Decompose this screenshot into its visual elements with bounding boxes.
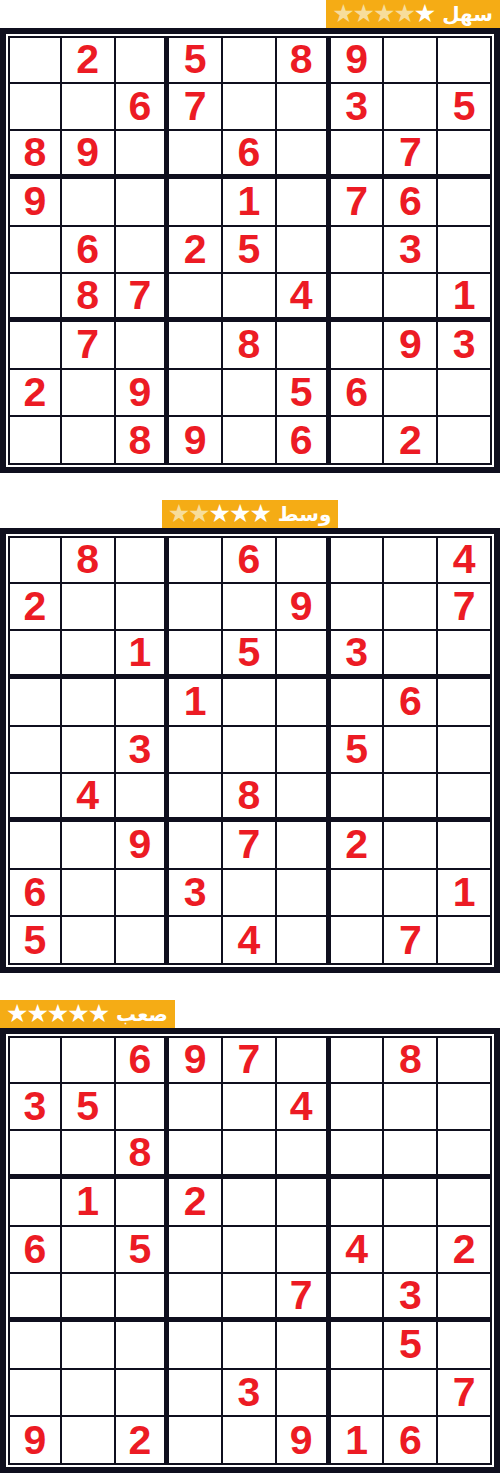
sudoku-cell-r1c4[interactable]	[169, 536, 223, 584]
sudoku-cell-r3c9[interactable]	[438, 1131, 492, 1179]
sudoku-cell-r3c6[interactable]	[277, 131, 331, 179]
sudoku-cell-r1c3[interactable]	[116, 536, 170, 584]
sudoku-cell-r7c2[interactable]: 7	[62, 322, 116, 370]
sudoku-cell-r2c7[interactable]	[331, 1084, 385, 1132]
sudoku-cell-r1c8[interactable]: 8	[384, 1036, 438, 1084]
sudoku-cell-r2c4[interactable]: 7	[169, 84, 223, 132]
sudoku-cell-r8c2[interactable]	[62, 870, 116, 918]
sudoku-cell-r8c4[interactable]	[169, 1370, 223, 1418]
star-icon: ★	[188, 500, 210, 528]
sudoku-cell-r5c1[interactable]: 6	[8, 1227, 62, 1275]
sudoku-cell-r4c2[interactable]	[62, 679, 116, 727]
sudoku-cell-r9c1[interactable]	[8, 417, 62, 465]
sudoku-cell-r9c7[interactable]	[331, 417, 385, 465]
sudoku-cell-r9c4[interactable]	[169, 917, 223, 965]
sudoku-cell-r6c7[interactable]	[331, 774, 385, 822]
sudoku-cell-r6c2[interactable]	[62, 1274, 116, 1322]
sudoku-cell-r2c6[interactable]	[277, 84, 331, 132]
sudoku-cell-r6c2[interactable]: 4	[62, 774, 116, 822]
sudoku-cell-r8c9[interactable]: 7	[438, 1370, 492, 1418]
sudoku-cell-r4c3[interactable]	[116, 179, 170, 227]
sudoku-cell-r5c7[interactable]	[331, 227, 385, 275]
sudoku-cell-r5c4[interactable]	[169, 1227, 223, 1275]
sudoku-cell-r7c2[interactable]	[62, 822, 116, 870]
sudoku-cell-r3c4[interactable]	[169, 131, 223, 179]
star-icon: ★	[47, 1000, 69, 1028]
sudoku-cell-r7c1[interactable]	[8, 1322, 62, 1370]
sudoku-cell-r9c6[interactable]	[277, 917, 331, 965]
sudoku-cell-r1c7[interactable]: 9	[331, 36, 385, 84]
sudoku-cell-r8c7[interactable]: 6	[331, 370, 385, 418]
sudoku-cell-r2c6[interactable]: 9	[277, 584, 331, 632]
sudoku-cell-r2c8[interactable]	[384, 84, 438, 132]
sudoku-cell-r4c8[interactable]: 6	[384, 679, 438, 727]
sudoku-cell-r4c6[interactable]	[277, 1179, 331, 1227]
difficulty-banner-row-hard: ★★★★★ صعب	[0, 1000, 500, 1028]
sudoku-cell-r7c8[interactable]: 9	[384, 322, 438, 370]
sudoku-cell-r9c2[interactable]	[62, 417, 116, 465]
sudoku-cell-r3c6[interactable]	[277, 631, 331, 679]
sudoku-cell-r4c8[interactable]: 6	[384, 179, 438, 227]
sudoku-cell-r1c6[interactable]: 8	[277, 36, 331, 84]
star-icon: ★	[249, 500, 271, 528]
sudoku-cell-r9c9[interactable]	[438, 917, 492, 965]
sudoku-cell-r7c4[interactable]	[169, 322, 223, 370]
sudoku-cell-r2c7[interactable]: 3	[331, 84, 385, 132]
sudoku-cell-r8c5[interactable]	[223, 870, 277, 918]
sudoku-cell-r3c8[interactable]	[384, 1131, 438, 1179]
sudoku-cell-r7c9[interactable]	[438, 1322, 492, 1370]
sudoku-cell-r1c4[interactable]: 5	[169, 36, 223, 84]
sudoku-cell-r7c4[interactable]	[169, 822, 223, 870]
sudoku-cell-r1c7[interactable]	[331, 1036, 385, 1084]
sudoku-cell-r7c6[interactable]	[277, 1322, 331, 1370]
sudoku-cell-r6c6[interactable]: 7	[277, 1274, 331, 1322]
sudoku-cell-r2c2[interactable]: 5	[62, 1084, 116, 1132]
sudoku-cell-r7c3[interactable]: 9	[116, 822, 170, 870]
sudoku-cell-r5c7[interactable]: 4	[331, 1227, 385, 1275]
sudoku-cell-r7c3[interactable]	[116, 1322, 170, 1370]
star-icon: ★	[373, 0, 395, 28]
sudoku-cell-r3c3[interactable]: 1	[116, 631, 170, 679]
sudoku-cell-r7c5[interactable]	[223, 1322, 277, 1370]
sudoku-cell-r5c6[interactable]	[277, 227, 331, 275]
sudoku-cell-r6c7[interactable]	[331, 1274, 385, 1322]
difficulty-banner-hard: ★★★★★ صعب	[0, 1000, 175, 1028]
sudoku-cell-r6c6[interactable]	[277, 774, 331, 822]
sudoku-cell-r5c6[interactable]	[277, 1227, 331, 1275]
sudoku-cell-r3c2[interactable]: 9	[62, 131, 116, 179]
difficulty-banner-row-easy: ★★★★★ سهل	[0, 0, 500, 28]
sudoku-cell-r4c1[interactable]	[8, 679, 62, 727]
sudoku-cell-r5c5[interactable]	[223, 727, 277, 775]
sudoku-cell-r6c3[interactable]	[116, 1274, 170, 1322]
sudoku-cell-r6c5[interactable]	[223, 274, 277, 322]
sudoku-cell-r8c4[interactable]	[169, 370, 223, 418]
sudoku-cell-r1c1[interactable]	[8, 536, 62, 584]
sudoku-cell-r4c7[interactable]: 7	[331, 179, 385, 227]
sudoku-cell-r3c1[interactable]	[8, 1131, 62, 1179]
sudoku-cell-r8c3[interactable]	[116, 870, 170, 918]
sudoku-cell-r6c5[interactable]	[223, 1274, 277, 1322]
sudoku-cell-r2c2[interactable]	[62, 584, 116, 632]
sudoku-cell-r8c1[interactable]: 6	[8, 870, 62, 918]
sudoku-cell-r4c6[interactable]	[277, 179, 331, 227]
sudoku-cell-r4c5[interactable]	[223, 679, 277, 727]
difficulty-label-easy: سهل	[442, 1, 493, 27]
sudoku-cell-r7c9[interactable]	[438, 822, 492, 870]
sudoku-cell-r9c3[interactable]: 8	[116, 417, 170, 465]
sudoku-cell-r3c5[interactable]	[223, 1131, 277, 1179]
sudoku-cell-r2c3[interactable]: 6	[116, 84, 170, 132]
sudoku-cell-r7c2[interactable]	[62, 1322, 116, 1370]
sudoku-cell-r7c1[interactable]	[8, 822, 62, 870]
sudoku-cell-r5c8[interactable]: 3	[384, 227, 438, 275]
star-rating-hard: ★★★★★	[7, 1000, 109, 1028]
sudoku-cell-r3c5[interactable]: 6	[223, 131, 277, 179]
sudoku-cell-r2c5[interactable]	[223, 584, 277, 632]
sudoku-cell-r6c6[interactable]: 4	[277, 274, 331, 322]
star-icon: ★	[414, 0, 436, 28]
sudoku-cell-r8c3[interactable]: 9	[116, 370, 170, 418]
sudoku-cell-r2c8[interactable]	[384, 584, 438, 632]
sudoku-cell-r9c2[interactable]	[62, 1417, 116, 1465]
sudoku-board-medium: 864297153163548972631547	[0, 528, 500, 973]
star-icon: ★	[209, 500, 231, 528]
sudoku-cell-r2c9[interactable]: 7	[438, 584, 492, 632]
sudoku-cell-r7c3[interactable]	[116, 322, 170, 370]
sudoku-cell-r1c7[interactable]	[331, 536, 385, 584]
sudoku-cell-r2c2[interactable]	[62, 84, 116, 132]
sudoku-cell-r4c2[interactable]	[62, 179, 116, 227]
sudoku-cell-r4c7[interactable]	[331, 679, 385, 727]
sudoku-cell-r9c6[interactable]: 6	[277, 417, 331, 465]
sudoku-cell-r7c7[interactable]	[331, 1322, 385, 1370]
sudoku-cell-r1c1[interactable]	[8, 1036, 62, 1084]
sudoku-cell-r1c9[interactable]: 4	[438, 536, 492, 584]
sudoku-cell-r9c8[interactable]: 6	[384, 1417, 438, 1465]
sudoku-cell-r5c3[interactable]	[116, 227, 170, 275]
sudoku-cell-r7c6[interactable]	[277, 322, 331, 370]
sudoku-cell-r1c9[interactable]	[438, 36, 492, 84]
sudoku-cell-r8c7[interactable]	[331, 1370, 385, 1418]
sudoku-cell-r3c9[interactable]	[438, 631, 492, 679]
sudoku-cell-r8c9[interactable]	[438, 370, 492, 418]
sudoku-cell-r9c3[interactable]	[116, 917, 170, 965]
sudoku-cell-r7c4[interactable]	[169, 1322, 223, 1370]
sudoku-cell-r2c6[interactable]: 4	[277, 1084, 331, 1132]
sudoku-cell-r6c9[interactable]: 1	[438, 274, 492, 322]
sudoku-cell-r9c3[interactable]: 2	[116, 1417, 170, 1465]
sudoku-cell-r8c6[interactable]: 5	[277, 370, 331, 418]
star-icon: ★	[67, 1000, 89, 1028]
sudoku-cell-r1c6[interactable]	[277, 1036, 331, 1084]
sudoku-cell-r8c1[interactable]: 2	[8, 370, 62, 418]
sudoku-cell-r7c1[interactable]	[8, 322, 62, 370]
sudoku-board-easy: 258967358967917662538741789329568962	[0, 28, 500, 473]
sudoku-cell-r4c3[interactable]	[116, 679, 170, 727]
sudoku-cell-r7c8[interactable]: 5	[384, 1322, 438, 1370]
sudoku-cell-r2c8[interactable]	[384, 1084, 438, 1132]
sudoku-cell-r4c9[interactable]	[438, 1179, 492, 1227]
sudoku-cell-r1c5[interactable]	[223, 36, 277, 84]
sudoku-cell-r3c9[interactable]	[438, 131, 492, 179]
sudoku-cell-r9c5[interactable]	[223, 1417, 277, 1465]
star-icon: ★	[168, 500, 190, 528]
sudoku-cell-r6c3[interactable]	[116, 774, 170, 822]
sudoku-cell-r4c4[interactable]	[169, 179, 223, 227]
sudoku-cell-r1c4[interactable]: 9	[169, 1036, 223, 1084]
sudoku-cell-r1c3[interactable]	[116, 36, 170, 84]
sudoku-cell-r7c5[interactable]: 7	[223, 822, 277, 870]
star-icon: ★	[332, 0, 354, 28]
sudoku-cell-r8c2[interactable]	[62, 370, 116, 418]
sudoku-cell-r6c8[interactable]: 3	[384, 1274, 438, 1322]
sudoku-cell-r3c1[interactable]	[8, 631, 62, 679]
sudoku-cell-r5c1[interactable]	[8, 227, 62, 275]
sudoku-cell-r5c8[interactable]	[384, 1227, 438, 1275]
sudoku-cell-r4c4[interactable]: 1	[169, 679, 223, 727]
sudoku-cell-r1c5[interactable]: 7	[223, 1036, 277, 1084]
sudoku-cell-r2c1[interactable]: 3	[8, 1084, 62, 1132]
sudoku-cell-r2c5[interactable]	[223, 1084, 277, 1132]
sudoku-cell-r9c9[interactable]	[438, 417, 492, 465]
star-icon: ★	[26, 1000, 48, 1028]
sudoku-cell-r9c7[interactable]	[331, 917, 385, 965]
difficulty-banner-medium: ★★★★★ وسط	[162, 500, 339, 528]
sudoku-cell-r7c6[interactable]	[277, 822, 331, 870]
sudoku-cell-r5c2[interactable]: 6	[62, 227, 116, 275]
sudoku-cell-r1c2[interactable]: 8	[62, 536, 116, 584]
sudoku-cell-r9c5[interactable]: 4	[223, 917, 277, 965]
sudoku-cell-r1c8[interactable]	[384, 36, 438, 84]
sudoku-board-hard: 697835481265427353792916	[0, 1028, 500, 1473]
sudoku-cell-r5c1[interactable]	[8, 727, 62, 775]
sudoku-cell-r4c5[interactable]	[223, 1179, 277, 1227]
sudoku-cell-r1c2[interactable]: 2	[62, 36, 116, 84]
sudoku-cell-r6c8[interactable]	[384, 774, 438, 822]
sudoku-cell-r5c5[interactable]: 5	[223, 227, 277, 275]
sudoku-cell-r9c1[interactable]: 5	[8, 917, 62, 965]
sudoku-cell-r1c1[interactable]	[8, 36, 62, 84]
sudoku-cell-r6c2[interactable]: 8	[62, 274, 116, 322]
sudoku-cell-r3c3[interactable]: 8	[116, 1131, 170, 1179]
sudoku-cell-r9c4[interactable]: 9	[169, 417, 223, 465]
sudoku-cell-r1c2[interactable]	[62, 1036, 116, 1084]
sudoku-cell-r9c9[interactable]	[438, 1417, 492, 1465]
sudoku-cell-r4c1[interactable]: 9	[8, 179, 62, 227]
sudoku-cell-r3c5[interactable]: 5	[223, 631, 277, 679]
sudoku-cell-r5c4[interactable]: 2	[169, 227, 223, 275]
sudoku-cell-r8c7[interactable]	[331, 870, 385, 918]
star-icon: ★	[6, 1000, 28, 1028]
sudoku-cell-r5c4[interactable]	[169, 727, 223, 775]
sudoku-cell-r6c1[interactable]	[8, 1274, 62, 1322]
sudoku-cell-r6c4[interactable]	[169, 774, 223, 822]
sudoku-cell-r6c9[interactable]	[438, 774, 492, 822]
sudoku-cell-r9c8[interactable]: 2	[384, 417, 438, 465]
sudoku-cell-r2c4[interactable]	[169, 584, 223, 632]
sudoku-cell-r5c2[interactable]	[62, 727, 116, 775]
sudoku-cell-r7c5[interactable]: 8	[223, 322, 277, 370]
sudoku-cell-r8c8[interactable]	[384, 370, 438, 418]
sudoku-cell-r5c3[interactable]: 3	[116, 727, 170, 775]
sudoku-cell-r9c6[interactable]: 9	[277, 1417, 331, 1465]
star-rating-easy: ★★★★★	[333, 0, 435, 28]
sudoku-cell-r4c9[interactable]	[438, 179, 492, 227]
sudoku-cell-r7c9[interactable]: 3	[438, 322, 492, 370]
star-icon: ★	[229, 500, 251, 528]
sudoku-cell-r2c3[interactable]	[116, 584, 170, 632]
sudoku-cell-r2c9[interactable]	[438, 1084, 492, 1132]
sudoku-cell-r6c9[interactable]	[438, 1274, 492, 1322]
sudoku-cell-r9c1[interactable]: 9	[8, 1417, 62, 1465]
sudoku-cell-r5c9[interactable]	[438, 227, 492, 275]
sudoku-cell-r2c7[interactable]	[331, 584, 385, 632]
sudoku-cell-r8c5[interactable]: 3	[223, 1370, 277, 1418]
sudoku-cell-r7c7[interactable]: 2	[331, 822, 385, 870]
sudoku-cell-r1c9[interactable]	[438, 1036, 492, 1084]
sudoku-cell-r7c8[interactable]	[384, 822, 438, 870]
star-icon: ★	[353, 0, 375, 28]
sudoku-cell-r3c4[interactable]	[169, 1131, 223, 1179]
sudoku-cell-r6c4[interactable]	[169, 1274, 223, 1322]
sudoku-cell-r8c6[interactable]	[277, 1370, 331, 1418]
sudoku-cell-r8c8[interactable]	[384, 870, 438, 918]
sudoku-cell-r4c9[interactable]	[438, 679, 492, 727]
sudoku-cell-r1c5[interactable]: 6	[223, 536, 277, 584]
sudoku-cell-r4c4[interactable]: 2	[169, 1179, 223, 1227]
difficulty-banner-row-medium: ★★★★★ وسط	[0, 500, 500, 528]
star-icon: ★	[393, 0, 415, 28]
sudoku-cell-r4c6[interactable]	[277, 679, 331, 727]
sudoku-cell-r4c5[interactable]: 1	[223, 179, 277, 227]
sudoku-cell-r6c3[interactable]: 7	[116, 274, 170, 322]
sudoku-cell-r2c1[interactable]: 2	[8, 584, 62, 632]
sudoku-cell-r9c7[interactable]: 1	[331, 1417, 385, 1465]
sudoku-cell-r7c7[interactable]	[331, 322, 385, 370]
difficulty-label-medium: وسط	[278, 501, 332, 527]
sudoku-cell-r3c7[interactable]: 3	[331, 631, 385, 679]
star-icon: ★	[88, 1000, 110, 1028]
sudoku-cell-r8c9[interactable]: 1	[438, 870, 492, 918]
sudoku-cell-r6c1[interactable]	[8, 274, 62, 322]
sudoku-cell-r3c8[interactable]: 7	[384, 131, 438, 179]
difficulty-label-hard: صعب	[116, 1001, 168, 1027]
sudoku-cell-r5c2[interactable]	[62, 1227, 116, 1275]
sudoku-cell-r9c4[interactable]	[169, 1417, 223, 1465]
sudoku-cell-r3c6[interactable]	[277, 1131, 331, 1179]
sudoku-cell-r9c5[interactable]	[223, 417, 277, 465]
sudoku-cell-r1c3[interactable]: 6	[116, 1036, 170, 1084]
sudoku-cell-r5c9[interactable]	[438, 727, 492, 775]
sudoku-cell-r3c1[interactable]: 8	[8, 131, 62, 179]
sudoku-cell-r2c5[interactable]	[223, 84, 277, 132]
sudoku-cell-r8c3[interactable]	[116, 1370, 170, 1418]
sudoku-cell-r1c6[interactable]	[277, 536, 331, 584]
sudoku-cell-r4c2[interactable]: 1	[62, 1179, 116, 1227]
sudoku-cell-r4c8[interactable]	[384, 1179, 438, 1227]
sudoku-cell-r5c3[interactable]: 5	[116, 1227, 170, 1275]
sudoku-cell-r5c7[interactable]: 5	[331, 727, 385, 775]
sudoku-cell-r2c4[interactable]	[169, 1084, 223, 1132]
sudoku-cell-r6c8[interactable]	[384, 274, 438, 322]
sudoku-cell-r6c5[interactable]: 8	[223, 774, 277, 822]
sudoku-cell-r3c8[interactable]	[384, 631, 438, 679]
sudoku-cell-r8c5[interactable]	[223, 370, 277, 418]
sudoku-cell-r1c8[interactable]	[384, 536, 438, 584]
sudoku-cell-r9c2[interactable]	[62, 917, 116, 965]
sudoku-cell-r8c2[interactable]	[62, 1370, 116, 1418]
sudoku-cell-r8c1[interactable]	[8, 1370, 62, 1418]
sudoku-cell-r8c6[interactable]	[277, 870, 331, 918]
difficulty-banner-easy: ★★★★★ سهل	[326, 0, 500, 28]
sudoku-cell-r5c8[interactable]	[384, 727, 438, 775]
sudoku-cell-r6c1[interactable]	[8, 774, 62, 822]
sudoku-cell-r5c6[interactable]	[277, 727, 331, 775]
sudoku-cell-r3c3[interactable]	[116, 131, 170, 179]
sudoku-cell-r4c7[interactable]	[331, 1179, 385, 1227]
sudoku-cell-r9c8[interactable]: 7	[384, 917, 438, 965]
star-rating-medium: ★★★★★	[169, 500, 271, 528]
sudoku-cell-r3c7[interactable]	[331, 131, 385, 179]
sudoku-cell-r6c4[interactable]	[169, 274, 223, 322]
sudoku-cell-r2c1[interactable]	[8, 84, 62, 132]
sudoku-cell-r6c7[interactable]	[331, 274, 385, 322]
sudoku-cell-r5c9[interactable]: 2	[438, 1227, 492, 1275]
sudoku-cell-r3c4[interactable]	[169, 631, 223, 679]
sudoku-cell-r3c2[interactable]	[62, 1131, 116, 1179]
sudoku-cell-r3c2[interactable]	[62, 631, 116, 679]
sudoku-cell-r4c1[interactable]	[8, 1179, 62, 1227]
sudoku-cell-r2c9[interactable]: 5	[438, 84, 492, 132]
sudoku-cell-r4c3[interactable]	[116, 1179, 170, 1227]
sudoku-cell-r8c4[interactable]: 3	[169, 870, 223, 918]
sudoku-cell-r5c5[interactable]	[223, 1227, 277, 1275]
sudoku-cell-r2c3[interactable]	[116, 1084, 170, 1132]
sudoku-cell-r8c8[interactable]	[384, 1370, 438, 1418]
sudoku-cell-r3c7[interactable]	[331, 1131, 385, 1179]
